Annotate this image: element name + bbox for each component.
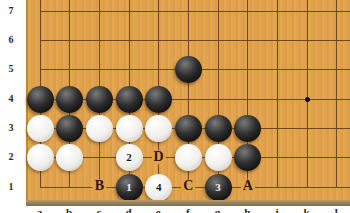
white-stone — [175, 144, 202, 171]
row-coordinate: 2 — [0, 152, 22, 162]
star-point — [305, 97, 310, 102]
move-number: 3 — [215, 182, 221, 193]
white-stone — [86, 115, 113, 142]
white-stone — [205, 144, 232, 171]
white-stone — [27, 144, 54, 171]
black-stone — [116, 86, 143, 113]
black-stone — [86, 86, 113, 113]
row-coordinate: 1 — [0, 182, 22, 192]
point-label-C[interactable]: C — [181, 180, 195, 194]
black-stone — [205, 115, 232, 142]
move-number: 2 — [126, 152, 132, 163]
grid-line-horizontal — [40, 40, 350, 41]
black-stone — [145, 86, 172, 113]
column-coordinate: c — [96, 207, 101, 213]
row-coordinate: 3 — [0, 123, 22, 133]
move-number-stone: 1 — [116, 174, 143, 201]
move-number-stone: 2 — [116, 144, 143, 171]
column-coordinate: h — [244, 207, 250, 213]
grid-line-vertical — [277, 0, 278, 188]
column-coordinate: d — [125, 207, 131, 213]
move-number: 1 — [126, 182, 132, 193]
row-coordinate: 6 — [0, 35, 22, 45]
column-coordinate: f — [186, 207, 190, 213]
grid-line-vertical — [336, 0, 337, 188]
grid-line-horizontal — [40, 11, 350, 12]
black-stone — [56, 115, 83, 142]
row-coordinate: 7 — [0, 6, 22, 16]
go-board[interactable]: 2143ABCD — [26, 0, 350, 200]
black-stone — [56, 86, 83, 113]
column-coordinate: g — [215, 207, 221, 213]
row-coordinate: 4 — [0, 94, 22, 104]
column-coordinate: l — [335, 207, 338, 213]
white-stone — [145, 115, 172, 142]
white-stone — [27, 115, 54, 142]
black-stone — [175, 115, 202, 142]
row-coordinate: 5 — [0, 64, 22, 74]
point-label-B[interactable]: B — [93, 180, 106, 194]
column-coordinate: a — [37, 207, 43, 213]
column-coordinate: e — [156, 207, 161, 213]
column-coordinate: k — [303, 207, 309, 213]
move-number: 4 — [156, 182, 162, 193]
black-stone — [27, 86, 54, 113]
column-coordinate: b — [66, 207, 72, 213]
point-label-D[interactable]: D — [152, 150, 166, 164]
point-label-A[interactable]: A — [241, 180, 255, 194]
white-stone — [116, 115, 143, 142]
go-diagram: 2143ABCD 7654321abcdefghjkl — [0, 0, 350, 213]
grid-line-vertical — [307, 0, 308, 188]
move-number-stone: 3 — [205, 174, 232, 201]
column-coordinate: j — [275, 207, 279, 213]
move-number-stone: 4 — [145, 174, 172, 201]
